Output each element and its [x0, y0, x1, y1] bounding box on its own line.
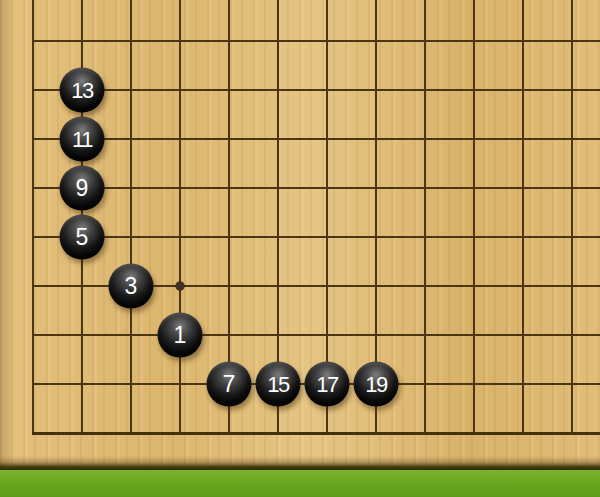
grid-line-horizontal: [32, 334, 600, 336]
grid-line-horizontal: [32, 187, 600, 189]
stone-move-number: 5: [76, 226, 89, 249]
stone-black-B8: 13: [60, 68, 105, 113]
stone-black-B7: 11: [60, 117, 105, 162]
grid-line-vertical: [179, 0, 181, 435]
stone-move-number: 19: [365, 373, 386, 395]
grid-line-horizontal: [32, 138, 600, 140]
grid-line-bottom-edge: [32, 432, 600, 435]
grass-background: [0, 470, 600, 497]
grid-line-vertical: [130, 0, 132, 435]
stone-black-B6: 9: [60, 166, 105, 211]
stone-move-number: 15: [267, 373, 288, 395]
go-board[interactable]: 135791113151719: [0, 0, 600, 466]
stone-black-B5: 5: [60, 215, 105, 260]
grid-line-vertical: [32, 0, 34, 435]
grid-line-horizontal: [32, 40, 600, 42]
stone-move-number: 11: [72, 128, 92, 150]
stone-move-number: 7: [223, 373, 236, 396]
grid-line-vertical: [571, 0, 573, 435]
grid-line-horizontal: [32, 236, 600, 238]
grid-line-vertical: [424, 0, 426, 435]
star-point: [176, 282, 185, 291]
grid-line-vertical: [522, 0, 524, 435]
stone-move-number: 17: [316, 373, 337, 395]
grid-line-horizontal: [32, 89, 600, 91]
stone-black-D3: 1: [158, 313, 203, 358]
stone-move-number: 13: [71, 79, 92, 101]
board-left-shading: [0, 0, 14, 466]
stone-black-C4: 3: [109, 264, 154, 309]
stone-black-G2: 17: [305, 362, 350, 407]
stone-move-number: 9: [76, 177, 89, 200]
stone-move-number: 3: [125, 275, 138, 298]
stone-black-F2: 15: [256, 362, 301, 407]
stone-move-number: 1: [174, 324, 187, 347]
grid-line-vertical: [473, 0, 475, 435]
stone-black-H2: 19: [354, 362, 399, 407]
go-board-screen: 135791113151719: [0, 0, 600, 497]
stone-black-E2: 7: [207, 362, 252, 407]
